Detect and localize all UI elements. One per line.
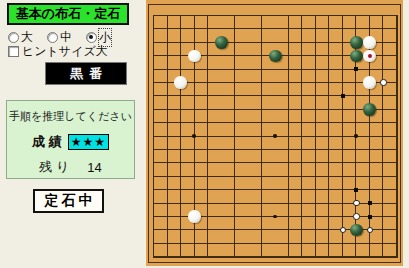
board-point bbox=[188, 130, 202, 143]
hint-size-label[interactable]: ヒントサイズ大 bbox=[22, 43, 108, 60]
board-point bbox=[350, 130, 364, 143]
black-stone bbox=[350, 224, 363, 237]
radio-size-large-icon[interactable] bbox=[8, 32, 19, 43]
board-point[interactable] bbox=[350, 63, 364, 76]
board-point bbox=[363, 49, 377, 62]
go-board[interactable] bbox=[146, 0, 403, 266]
white-stone bbox=[363, 36, 376, 49]
star-point bbox=[192, 134, 196, 138]
board-point bbox=[269, 210, 283, 223]
star-point bbox=[273, 215, 277, 219]
board-point[interactable] bbox=[350, 183, 364, 196]
board-point[interactable] bbox=[336, 223, 350, 236]
board-point bbox=[363, 103, 377, 116]
board-point bbox=[215, 36, 229, 49]
black-stone bbox=[363, 103, 376, 116]
white-stone bbox=[363, 76, 376, 89]
app-title: 基本の布石・定石 bbox=[7, 3, 129, 25]
board-point[interactable] bbox=[350, 196, 364, 209]
board-grid[interactable] bbox=[147, 9, 404, 263]
board-point[interactable] bbox=[377, 76, 391, 89]
white-stone bbox=[188, 210, 201, 223]
radio-size-medium-icon[interactable] bbox=[47, 32, 58, 43]
board-point[interactable] bbox=[363, 210, 377, 223]
black-stone bbox=[215, 36, 228, 49]
black-stone bbox=[350, 36, 363, 49]
white-stone-last-move bbox=[363, 50, 376, 63]
instruction-text: 手順を推理してください bbox=[7, 109, 134, 124]
black-move-hint-marker[interactable] bbox=[354, 67, 358, 71]
star-point bbox=[354, 134, 358, 138]
board-point[interactable] bbox=[363, 223, 377, 236]
white-move-hint-marker[interactable] bbox=[353, 200, 360, 207]
score-row: 成 績 ★★★ bbox=[7, 133, 134, 151]
black-move-hint-marker[interactable] bbox=[368, 215, 372, 219]
board-point bbox=[363, 36, 377, 49]
star-point bbox=[273, 134, 277, 138]
white-move-hint-marker[interactable] bbox=[367, 227, 374, 234]
app-window: 基本の布石・定石 大 中 小 ヒントサイズ大 黒番 手順を推理してください 成 … bbox=[0, 0, 409, 268]
white-stone bbox=[174, 76, 187, 89]
board-point bbox=[188, 210, 202, 223]
board-point bbox=[269, 130, 283, 143]
black-stone bbox=[350, 50, 363, 63]
black-stone bbox=[269, 50, 282, 63]
board-point bbox=[350, 36, 364, 49]
board-point bbox=[188, 49, 202, 62]
board-point[interactable] bbox=[350, 210, 364, 223]
black-move-hint-marker[interactable] bbox=[341, 94, 345, 98]
hint-size-option[interactable]: ヒントサイズ大 bbox=[8, 43, 108, 60]
board-point bbox=[269, 49, 283, 62]
white-move-hint-marker[interactable] bbox=[353, 213, 360, 220]
score-label: 成 績 bbox=[32, 133, 62, 151]
white-move-hint-marker[interactable] bbox=[340, 227, 347, 234]
black-move-hint-marker[interactable] bbox=[354, 188, 358, 192]
white-stone bbox=[188, 50, 201, 63]
mode-indicator: 定石中 bbox=[33, 189, 104, 213]
remaining-value: 14 bbox=[87, 160, 101, 175]
hint-size-checkbox[interactable] bbox=[8, 46, 19, 57]
radio-size-small-icon[interactable] bbox=[86, 32, 97, 43]
black-move-hint-marker[interactable] bbox=[368, 201, 372, 205]
board-point[interactable] bbox=[363, 196, 377, 209]
turn-indicator: 黒番 bbox=[45, 62, 127, 85]
board-point[interactable] bbox=[336, 89, 350, 102]
board-point bbox=[350, 223, 364, 236]
board-point bbox=[363, 76, 377, 89]
white-move-hint-marker[interactable] bbox=[380, 79, 387, 86]
board-point bbox=[174, 76, 188, 89]
board-point bbox=[350, 49, 364, 62]
score-stars-badge: ★★★ bbox=[68, 134, 109, 150]
remaining-row: 残 り 14 bbox=[7, 158, 134, 176]
message-panel: 手順を推理してください 成 績 ★★★ 残 り 14 bbox=[6, 100, 135, 179]
remaining-label: 残 り bbox=[39, 158, 69, 176]
